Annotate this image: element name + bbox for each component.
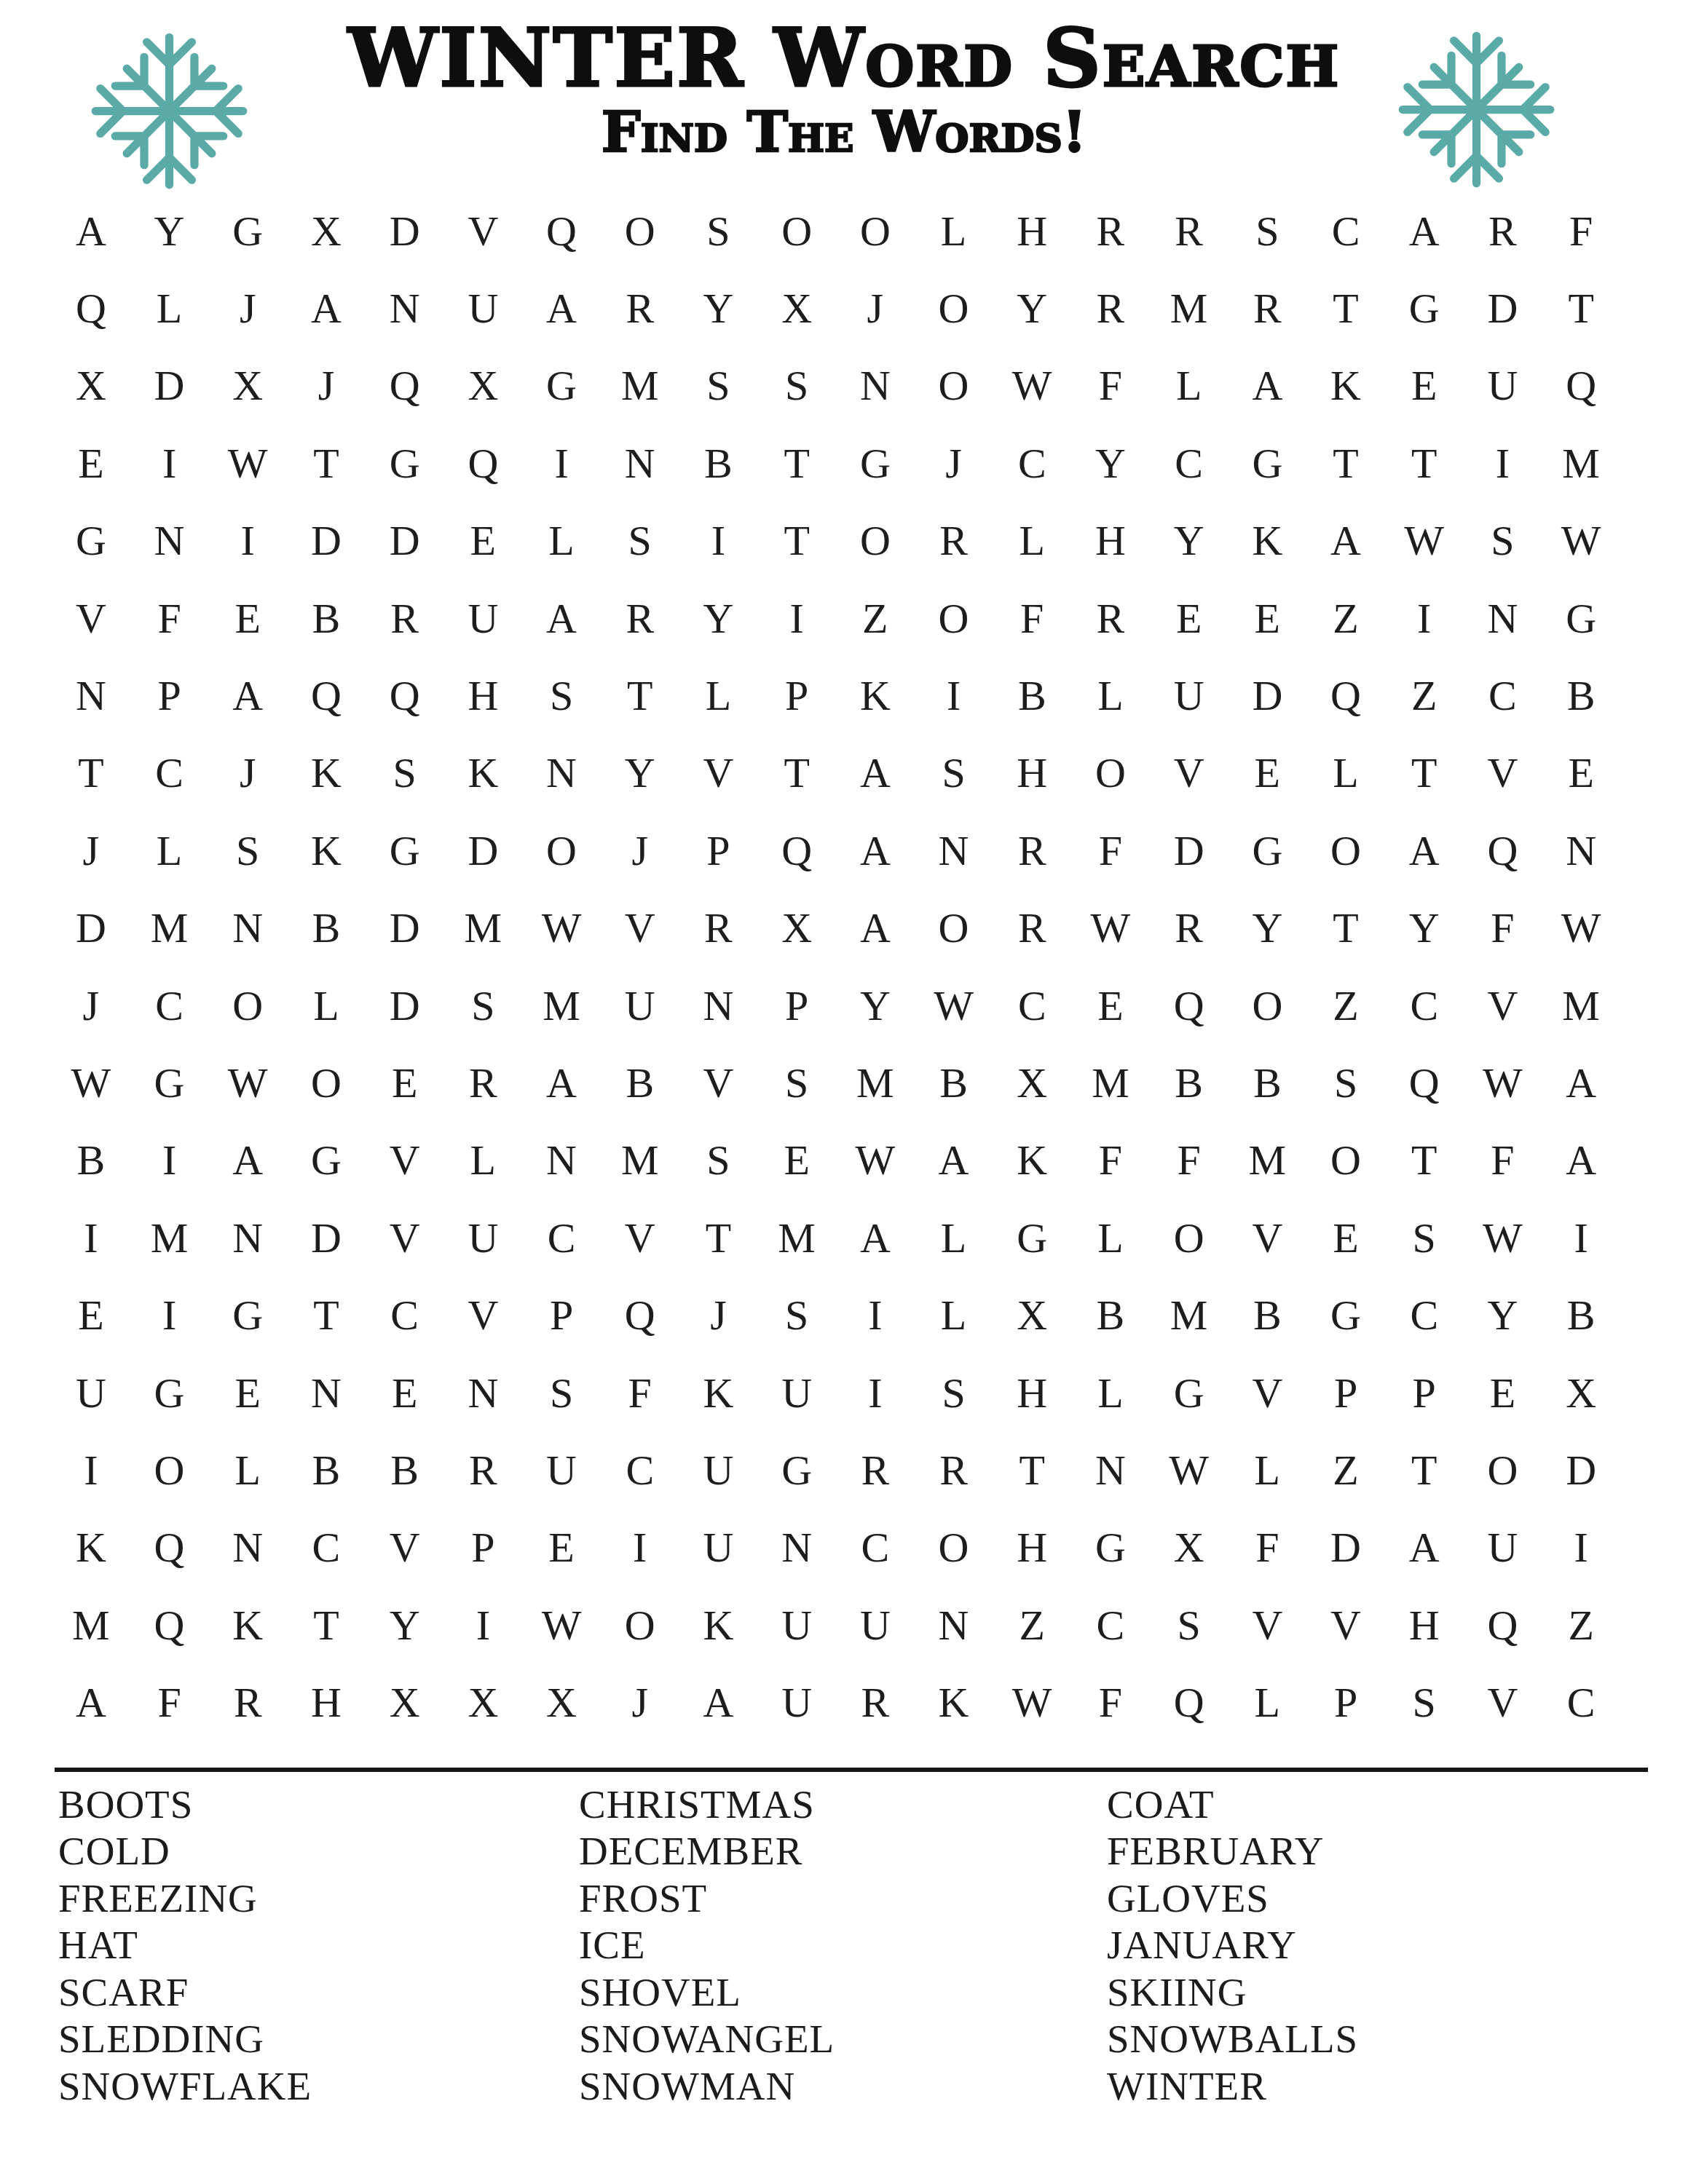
grid-cell-11-14[interactable]: E — [1071, 967, 1150, 1044]
grid-cell-20-2[interactable]: F — [130, 1664, 209, 1741]
grid-cell-5-6[interactable]: E — [443, 502, 522, 579]
grid-cell-8-18[interactable]: T — [1385, 735, 1464, 812]
grid-cell-2-18[interactable]: G — [1385, 269, 1464, 347]
grid-cell-2-4[interactable]: A — [287, 269, 366, 347]
grid-cell-9-8[interactable]: J — [601, 812, 679, 889]
grid-cell-16-14[interactable]: L — [1071, 1354, 1150, 1431]
grid-cell-2-7[interactable]: A — [522, 269, 601, 347]
grid-cell-1-18[interactable]: A — [1385, 192, 1464, 269]
grid-cell-19-7[interactable]: W — [522, 1586, 601, 1663]
grid-cell-2-2[interactable]: L — [130, 269, 209, 347]
grid-cell-19-17[interactable]: V — [1306, 1586, 1385, 1663]
grid-cell-17-7[interactable]: U — [522, 1431, 601, 1508]
grid-cell-13-9[interactable]: S — [679, 1122, 758, 1199]
grid-cell-12-1[interactable]: W — [52, 1044, 130, 1121]
grid-cell-16-8[interactable]: F — [601, 1354, 679, 1431]
grid-cell-9-19[interactable]: Q — [1464, 812, 1542, 889]
grid-cell-20-1[interactable]: A — [52, 1664, 130, 1741]
grid-cell-8-2[interactable]: C — [130, 735, 209, 812]
grid-cell-12-4[interactable]: O — [287, 1044, 366, 1121]
grid-cell-18-13[interactable]: H — [993, 1509, 1071, 1586]
grid-cell-5-9[interactable]: I — [679, 502, 758, 579]
grid-cell-20-13[interactable]: W — [993, 1664, 1071, 1741]
grid-cell-19-18[interactable]: H — [1385, 1586, 1464, 1663]
grid-cell-4-5[interactable]: G — [366, 424, 444, 502]
grid-cell-11-10[interactable]: P — [757, 967, 836, 1044]
grid-cell-8-17[interactable]: L — [1306, 735, 1385, 812]
grid-cell-15-6[interactable]: V — [443, 1277, 522, 1354]
grid-cell-13-17[interactable]: O — [1306, 1122, 1385, 1199]
grid-cell-7-4[interactable]: Q — [287, 657, 366, 734]
grid-cell-20-8[interactable]: J — [601, 1664, 679, 1741]
grid-cell-9-11[interactable]: A — [836, 812, 915, 889]
grid-cell-14-17[interactable]: E — [1306, 1199, 1385, 1276]
grid-cell-1-10[interactable]: O — [757, 192, 836, 269]
grid-cell-3-1[interactable]: X — [52, 347, 130, 424]
grid-cell-19-4[interactable]: T — [287, 1586, 366, 1663]
grid-cell-2-11[interactable]: J — [836, 269, 915, 347]
grid-cell-12-9[interactable]: V — [679, 1044, 758, 1121]
grid-cell-12-14[interactable]: M — [1071, 1044, 1150, 1121]
grid-cell-8-20[interactable]: E — [1542, 735, 1620, 812]
grid-cell-16-18[interactable]: P — [1385, 1354, 1464, 1431]
grid-cell-1-19[interactable]: R — [1464, 192, 1542, 269]
grid-cell-13-10[interactable]: E — [757, 1122, 836, 1199]
grid-cell-4-18[interactable]: T — [1385, 424, 1464, 502]
grid-cell-14-20[interactable]: I — [1542, 1199, 1620, 1276]
grid-cell-9-2[interactable]: L — [130, 812, 209, 889]
grid-cell-20-3[interactable]: R — [208, 1664, 287, 1741]
grid-cell-15-13[interactable]: X — [993, 1277, 1071, 1354]
grid-cell-19-5[interactable]: Y — [366, 1586, 444, 1663]
grid-cell-6-12[interactable]: O — [915, 579, 993, 657]
grid-cell-15-9[interactable]: J — [679, 1277, 758, 1354]
grid-cell-12-7[interactable]: A — [522, 1044, 601, 1121]
grid-cell-11-8[interactable]: U — [601, 967, 679, 1044]
grid-cell-11-16[interactable]: O — [1228, 967, 1306, 1044]
grid-cell-15-14[interactable]: B — [1071, 1277, 1150, 1354]
grid-cell-13-6[interactable]: L — [443, 1122, 522, 1199]
grid-cell-3-13[interactable]: W — [993, 347, 1071, 424]
grid-cell-4-15[interactable]: C — [1150, 424, 1228, 502]
grid-cell-18-11[interactable]: C — [836, 1509, 915, 1586]
grid-cell-14-13[interactable]: G — [993, 1199, 1071, 1276]
grid-cell-19-12[interactable]: N — [915, 1586, 993, 1663]
grid-cell-12-17[interactable]: S — [1306, 1044, 1385, 1121]
grid-cell-7-10[interactable]: P — [757, 657, 836, 734]
grid-cell-19-3[interactable]: K — [208, 1586, 287, 1663]
grid-cell-20-17[interactable]: P — [1306, 1664, 1385, 1741]
grid-cell-16-10[interactable]: U — [757, 1354, 836, 1431]
grid-cell-17-15[interactable]: W — [1150, 1431, 1228, 1508]
grid-cell-8-9[interactable]: V — [679, 735, 758, 812]
grid-cell-5-12[interactable]: R — [915, 502, 993, 579]
grid-cell-4-6[interactable]: Q — [443, 424, 522, 502]
grid-cell-18-10[interactable]: N — [757, 1509, 836, 1586]
grid-cell-19-15[interactable]: S — [1150, 1586, 1228, 1663]
grid-cell-3-7[interactable]: G — [522, 347, 601, 424]
grid-cell-13-8[interactable]: M — [601, 1122, 679, 1199]
grid-cell-8-1[interactable]: T — [52, 735, 130, 812]
grid-cell-8-12[interactable]: S — [915, 735, 993, 812]
grid-cell-6-5[interactable]: R — [366, 579, 444, 657]
grid-cell-17-1[interactable]: I — [52, 1431, 130, 1508]
grid-cell-5-18[interactable]: W — [1385, 502, 1464, 579]
grid-cell-17-9[interactable]: U — [679, 1431, 758, 1508]
grid-cell-10-13[interactable]: R — [993, 890, 1071, 967]
grid-cell-1-15[interactable]: R — [1150, 192, 1228, 269]
grid-cell-3-6[interactable]: X — [443, 347, 522, 424]
grid-cell-20-4[interactable]: H — [287, 1664, 366, 1741]
grid-cell-16-17[interactable]: P — [1306, 1354, 1385, 1431]
grid-cell-12-19[interactable]: W — [1464, 1044, 1542, 1121]
grid-cell-15-17[interactable]: G — [1306, 1277, 1385, 1354]
grid-cell-6-20[interactable]: G — [1542, 579, 1620, 657]
grid-cell-12-6[interactable]: R — [443, 1044, 522, 1121]
grid-cell-20-19[interactable]: V — [1464, 1664, 1542, 1741]
grid-cell-2-5[interactable]: N — [366, 269, 444, 347]
grid-cell-3-20[interactable]: Q — [1542, 347, 1620, 424]
grid-cell-16-11[interactable]: I — [836, 1354, 915, 1431]
grid-cell-3-2[interactable]: D — [130, 347, 209, 424]
grid-cell-11-2[interactable]: C — [130, 967, 209, 1044]
grid-cell-4-3[interactable]: W — [208, 424, 287, 502]
grid-cell-5-15[interactable]: Y — [1150, 502, 1228, 579]
grid-cell-6-15[interactable]: E — [1150, 579, 1228, 657]
grid-cell-12-16[interactable]: B — [1228, 1044, 1306, 1121]
grid-cell-4-11[interactable]: G — [836, 424, 915, 502]
grid-cell-2-8[interactable]: R — [601, 269, 679, 347]
grid-cell-12-12[interactable]: B — [915, 1044, 993, 1121]
grid-cell-14-11[interactable]: A — [836, 1199, 915, 1276]
grid-cell-11-20[interactable]: M — [1542, 967, 1620, 1044]
grid-cell-7-20[interactable]: B — [1542, 657, 1620, 734]
grid-cell-2-17[interactable]: T — [1306, 269, 1385, 347]
grid-cell-6-9[interactable]: Y — [679, 579, 758, 657]
grid-cell-17-19[interactable]: O — [1464, 1431, 1542, 1508]
grid-cell-5-16[interactable]: K — [1228, 502, 1306, 579]
grid-cell-9-7[interactable]: O — [522, 812, 601, 889]
grid-cell-13-15[interactable]: F — [1150, 1122, 1228, 1199]
grid-cell-5-17[interactable]: A — [1306, 502, 1385, 579]
grid-cell-14-10[interactable]: M — [757, 1199, 836, 1276]
grid-cell-10-20[interactable]: W — [1542, 890, 1620, 967]
grid-cell-4-19[interactable]: I — [1464, 424, 1542, 502]
grid-cell-14-4[interactable]: D — [287, 1199, 366, 1276]
grid-cell-10-12[interactable]: O — [915, 890, 993, 967]
grid-cell-2-20[interactable]: T — [1542, 269, 1620, 347]
grid-cell-13-14[interactable]: F — [1071, 1122, 1150, 1199]
grid-cell-18-1[interactable]: K — [52, 1509, 130, 1586]
grid-cell-5-4[interactable]: D — [287, 502, 366, 579]
grid-cell-16-2[interactable]: G — [130, 1354, 209, 1431]
grid-cell-17-6[interactable]: R — [443, 1431, 522, 1508]
grid-cell-8-10[interactable]: T — [757, 735, 836, 812]
grid-cell-1-4[interactable]: X — [287, 192, 366, 269]
grid-cell-3-14[interactable]: F — [1071, 347, 1150, 424]
grid-cell-8-19[interactable]: V — [1464, 735, 1542, 812]
grid-cell-5-10[interactable]: T — [757, 502, 836, 579]
grid-cell-18-6[interactable]: P — [443, 1509, 522, 1586]
grid-cell-20-6[interactable]: X — [443, 1664, 522, 1741]
grid-cell-7-13[interactable]: B — [993, 657, 1071, 734]
grid-cell-9-10[interactable]: Q — [757, 812, 836, 889]
grid-cell-6-18[interactable]: I — [1385, 579, 1464, 657]
grid-cell-1-20[interactable]: F — [1542, 192, 1620, 269]
grid-cell-6-16[interactable]: E — [1228, 579, 1306, 657]
grid-cell-19-6[interactable]: I — [443, 1586, 522, 1663]
grid-cell-12-10[interactable]: S — [757, 1044, 836, 1121]
grid-cell-16-19[interactable]: E — [1464, 1354, 1542, 1431]
grid-cell-18-18[interactable]: A — [1385, 1509, 1464, 1586]
grid-cell-15-15[interactable]: M — [1150, 1277, 1228, 1354]
grid-cell-7-7[interactable]: S — [522, 657, 601, 734]
grid-cell-18-5[interactable]: V — [366, 1509, 444, 1586]
grid-cell-18-2[interactable]: Q — [130, 1509, 209, 1586]
grid-cell-15-10[interactable]: S — [757, 1277, 836, 1354]
grid-cell-2-12[interactable]: O — [915, 269, 993, 347]
grid-cell-4-7[interactable]: I — [522, 424, 601, 502]
grid-cell-19-1[interactable]: M — [52, 1586, 130, 1663]
grid-cell-10-6[interactable]: M — [443, 890, 522, 967]
grid-cell-14-7[interactable]: C — [522, 1199, 601, 1276]
grid-cell-6-19[interactable]: N — [1464, 579, 1542, 657]
grid-cell-19-13[interactable]: Z — [993, 1586, 1071, 1663]
grid-cell-1-8[interactable]: O — [601, 192, 679, 269]
grid-cell-7-18[interactable]: Z — [1385, 657, 1464, 734]
grid-cell-8-6[interactable]: K — [443, 735, 522, 812]
grid-cell-15-5[interactable]: C — [366, 1277, 444, 1354]
grid-cell-1-17[interactable]: C — [1306, 192, 1385, 269]
grid-cell-20-7[interactable]: X — [522, 1664, 601, 1741]
grid-cell-10-8[interactable]: V — [601, 890, 679, 967]
grid-cell-15-4[interactable]: T — [287, 1277, 366, 1354]
grid-cell-3-5[interactable]: Q — [366, 347, 444, 424]
grid-cell-13-7[interactable]: N — [522, 1122, 601, 1199]
grid-cell-8-7[interactable]: N — [522, 735, 601, 812]
grid-cell-20-9[interactable]: A — [679, 1664, 758, 1741]
grid-cell-13-13[interactable]: K — [993, 1122, 1071, 1199]
grid-cell-14-16[interactable]: V — [1228, 1199, 1306, 1276]
grid-cell-9-20[interactable]: N — [1542, 812, 1620, 889]
grid-cell-10-17[interactable]: T — [1306, 890, 1385, 967]
grid-cell-17-20[interactable]: D — [1542, 1431, 1620, 1508]
grid-cell-16-6[interactable]: N — [443, 1354, 522, 1431]
grid-cell-6-7[interactable]: A — [522, 579, 601, 657]
grid-cell-19-2[interactable]: Q — [130, 1586, 209, 1663]
grid-cell-1-12[interactable]: L — [915, 192, 993, 269]
grid-cell-2-3[interactable]: J — [208, 269, 287, 347]
grid-cell-8-15[interactable]: V — [1150, 735, 1228, 812]
grid-cell-16-1[interactable]: U — [52, 1354, 130, 1431]
grid-cell-10-5[interactable]: D — [366, 890, 444, 967]
grid-cell-10-4[interactable]: B — [287, 890, 366, 967]
grid-cell-4-17[interactable]: T — [1306, 424, 1385, 502]
grid-cell-20-15[interactable]: Q — [1150, 1664, 1228, 1741]
grid-cell-6-3[interactable]: E — [208, 579, 287, 657]
grid-cell-9-5[interactable]: G — [366, 812, 444, 889]
grid-cell-2-1[interactable]: Q — [52, 269, 130, 347]
grid-cell-19-14[interactable]: C — [1071, 1586, 1150, 1663]
grid-cell-9-1[interactable]: J — [52, 812, 130, 889]
grid-cell-9-12[interactable]: N — [915, 812, 993, 889]
grid-cell-3-15[interactable]: L — [1150, 347, 1228, 424]
grid-cell-7-5[interactable]: Q — [366, 657, 444, 734]
grid-cell-12-13[interactable]: X — [993, 1044, 1071, 1121]
grid-cell-15-8[interactable]: Q — [601, 1277, 679, 1354]
grid-cell-7-1[interactable]: N — [52, 657, 130, 734]
grid-cell-11-13[interactable]: C — [993, 967, 1071, 1044]
grid-cell-3-3[interactable]: X — [208, 347, 287, 424]
grid-cell-9-17[interactable]: O — [1306, 812, 1385, 889]
grid-cell-11-9[interactable]: N — [679, 967, 758, 1044]
grid-cell-16-9[interactable]: K — [679, 1354, 758, 1431]
grid-cell-1-16[interactable]: S — [1228, 192, 1306, 269]
grid-cell-9-18[interactable]: A — [1385, 812, 1464, 889]
grid-cell-7-3[interactable]: A — [208, 657, 287, 734]
grid-cell-14-8[interactable]: V — [601, 1199, 679, 1276]
grid-cell-20-16[interactable]: L — [1228, 1664, 1306, 1741]
grid-cell-19-8[interactable]: O — [601, 1586, 679, 1663]
grid-cell-8-5[interactable]: S — [366, 735, 444, 812]
grid-cell-8-4[interactable]: K — [287, 735, 366, 812]
grid-cell-18-8[interactable]: I — [601, 1509, 679, 1586]
grid-cell-12-2[interactable]: G — [130, 1044, 209, 1121]
grid-cell-1-2[interactable]: Y — [130, 192, 209, 269]
grid-cell-20-10[interactable]: U — [757, 1664, 836, 1741]
grid-cell-19-19[interactable]: Q — [1464, 1586, 1542, 1663]
grid-cell-11-4[interactable]: L — [287, 967, 366, 1044]
grid-cell-5-1[interactable]: G — [52, 502, 130, 579]
grid-cell-13-18[interactable]: T — [1385, 1122, 1464, 1199]
grid-cell-4-14[interactable]: Y — [1071, 424, 1150, 502]
grid-cell-14-9[interactable]: T — [679, 1199, 758, 1276]
grid-cell-16-12[interactable]: S — [915, 1354, 993, 1431]
grid-cell-18-7[interactable]: E — [522, 1509, 601, 1586]
grid-cell-5-20[interactable]: W — [1542, 502, 1620, 579]
grid-cell-14-5[interactable]: V — [366, 1199, 444, 1276]
grid-cell-9-9[interactable]: P — [679, 812, 758, 889]
grid-cell-19-10[interactable]: U — [757, 1586, 836, 1663]
grid-cell-18-9[interactable]: U — [679, 1509, 758, 1586]
grid-cell-10-1[interactable]: D — [52, 890, 130, 967]
grid-cell-14-14[interactable]: L — [1071, 1199, 1150, 1276]
grid-cell-3-8[interactable]: M — [601, 347, 679, 424]
grid-cell-18-15[interactable]: X — [1150, 1509, 1228, 1586]
grid-cell-9-13[interactable]: R — [993, 812, 1071, 889]
grid-cell-20-11[interactable]: R — [836, 1664, 915, 1741]
grid-cell-6-2[interactable]: F — [130, 579, 209, 657]
grid-cell-6-10[interactable]: I — [757, 579, 836, 657]
grid-cell-7-6[interactable]: H — [443, 657, 522, 734]
grid-cell-3-9[interactable]: S — [679, 347, 758, 424]
grid-cell-15-19[interactable]: Y — [1464, 1277, 1542, 1354]
grid-cell-8-13[interactable]: H — [993, 735, 1071, 812]
grid-cell-12-3[interactable]: W — [208, 1044, 287, 1121]
grid-cell-10-2[interactable]: M — [130, 890, 209, 967]
grid-cell-16-13[interactable]: H — [993, 1354, 1071, 1431]
grid-cell-14-6[interactable]: U — [443, 1199, 522, 1276]
grid-cell-10-15[interactable]: R — [1150, 890, 1228, 967]
grid-cell-14-19[interactable]: W — [1464, 1199, 1542, 1276]
grid-cell-11-15[interactable]: Q — [1150, 967, 1228, 1044]
grid-cell-7-12[interactable]: I — [915, 657, 993, 734]
grid-cell-11-6[interactable]: S — [443, 967, 522, 1044]
grid-cell-18-3[interactable]: N — [208, 1509, 287, 1586]
grid-cell-7-15[interactable]: U — [1150, 657, 1228, 734]
grid-cell-3-4[interactable]: J — [287, 347, 366, 424]
grid-cell-13-20[interactable]: A — [1542, 1122, 1620, 1199]
grid-cell-14-18[interactable]: S — [1385, 1199, 1464, 1276]
grid-cell-18-16[interactable]: F — [1228, 1509, 1306, 1586]
grid-cell-11-3[interactable]: O — [208, 967, 287, 1044]
grid-cell-19-11[interactable]: U — [836, 1586, 915, 1663]
grid-cell-13-1[interactable]: B — [52, 1122, 130, 1199]
grid-cell-9-3[interactable]: S — [208, 812, 287, 889]
grid-cell-4-1[interactable]: E — [52, 424, 130, 502]
grid-cell-19-9[interactable]: K — [679, 1586, 758, 1663]
grid-cell-1-14[interactable]: R — [1071, 192, 1150, 269]
grid-cell-15-3[interactable]: G — [208, 1277, 287, 1354]
grid-cell-14-2[interactable]: M — [130, 1199, 209, 1276]
grid-cell-15-16[interactable]: B — [1228, 1277, 1306, 1354]
grid-cell-9-15[interactable]: D — [1150, 812, 1228, 889]
grid-cell-13-19[interactable]: F — [1464, 1122, 1542, 1199]
grid-cell-7-17[interactable]: Q — [1306, 657, 1385, 734]
grid-cell-4-12[interactable]: J — [915, 424, 993, 502]
grid-cell-3-18[interactable]: E — [1385, 347, 1464, 424]
grid-cell-5-3[interactable]: I — [208, 502, 287, 579]
grid-cell-15-18[interactable]: C — [1385, 1277, 1464, 1354]
grid-cell-18-20[interactable]: I — [1542, 1509, 1620, 1586]
grid-cell-15-7[interactable]: P — [522, 1277, 601, 1354]
grid-cell-4-10[interactable]: T — [757, 424, 836, 502]
grid-cell-20-14[interactable]: F — [1071, 1664, 1150, 1741]
grid-cell-1-7[interactable]: Q — [522, 192, 601, 269]
grid-cell-16-16[interactable]: V — [1228, 1354, 1306, 1431]
grid-cell-7-11[interactable]: K — [836, 657, 915, 734]
grid-cell-11-7[interactable]: M — [522, 967, 601, 1044]
grid-cell-17-3[interactable]: L — [208, 1431, 287, 1508]
grid-cell-5-8[interactable]: S — [601, 502, 679, 579]
grid-cell-8-16[interactable]: E — [1228, 735, 1306, 812]
grid-cell-6-1[interactable]: V — [52, 579, 130, 657]
grid-cell-1-5[interactable]: D — [366, 192, 444, 269]
grid-cell-8-11[interactable]: A — [836, 735, 915, 812]
grid-cell-6-6[interactable]: U — [443, 579, 522, 657]
grid-cell-1-13[interactable]: H — [993, 192, 1071, 269]
grid-cell-4-16[interactable]: G — [1228, 424, 1306, 502]
grid-cell-1-9[interactable]: S — [679, 192, 758, 269]
grid-cell-3-10[interactable]: S — [757, 347, 836, 424]
grid-cell-6-4[interactable]: B — [287, 579, 366, 657]
grid-cell-11-11[interactable]: Y — [836, 967, 915, 1044]
grid-cell-19-20[interactable]: Z — [1542, 1586, 1620, 1663]
grid-cell-18-4[interactable]: C — [287, 1509, 366, 1586]
grid-cell-2-16[interactable]: R — [1228, 269, 1306, 347]
grid-cell-10-16[interactable]: Y — [1228, 890, 1306, 967]
grid-cell-18-17[interactable]: D — [1306, 1509, 1385, 1586]
grid-cell-17-5[interactable]: B — [366, 1431, 444, 1508]
grid-cell-4-20[interactable]: M — [1542, 424, 1620, 502]
grid-cell-11-5[interactable]: D — [366, 967, 444, 1044]
grid-cell-14-1[interactable]: I — [52, 1199, 130, 1276]
grid-cell-16-3[interactable]: E — [208, 1354, 287, 1431]
grid-cell-17-12[interactable]: R — [915, 1431, 993, 1508]
grid-cell-13-12[interactable]: A — [915, 1122, 993, 1199]
grid-cell-17-18[interactable]: T — [1385, 1431, 1464, 1508]
grid-cell-5-2[interactable]: N — [130, 502, 209, 579]
